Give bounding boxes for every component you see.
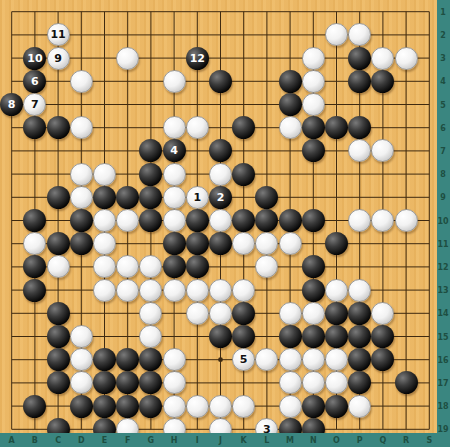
black-stone-I10[interactable] (186, 209, 209, 232)
column-label-G: G (148, 436, 155, 445)
white-stone-H17[interactable] (163, 371, 186, 394)
white-stone-I14[interactable] (186, 302, 209, 325)
row-label-6: 6 (440, 123, 446, 132)
row-label-3: 3 (440, 54, 446, 63)
white-stone-R10[interactable] (395, 209, 418, 232)
white-stone-I18[interactable] (186, 395, 209, 418)
column-label-A: A (9, 436, 15, 445)
black-stone-J15[interactable] (209, 325, 232, 348)
column-label-F: F (125, 436, 130, 445)
black-stone-J9[interactable]: 2 (209, 186, 232, 209)
white-stone-N5[interactable] (302, 93, 325, 116)
white-stone-H19[interactable] (163, 418, 186, 433)
black-stone-R17[interactable] (395, 371, 418, 394)
row-label-14: 14 (437, 309, 448, 318)
black-stone-N15[interactable] (302, 325, 325, 348)
row-label-9: 9 (440, 193, 446, 202)
move-number-label: 4 (170, 145, 178, 156)
row-label-11: 11 (437, 239, 448, 248)
white-stone-O13[interactable] (325, 279, 348, 302)
black-stone-C17[interactable] (47, 371, 70, 394)
row-label-2: 2 (440, 30, 446, 39)
white-stone-D15[interactable] (70, 325, 93, 348)
black-stone-E9[interactable] (93, 186, 116, 209)
white-stone-H10[interactable] (163, 209, 186, 232)
white-stone-C2[interactable]: 11 (47, 23, 70, 46)
row-label-8: 8 (440, 170, 446, 179)
black-stone-N18[interactable] (302, 395, 325, 418)
white-stone-R3[interactable] (395, 47, 418, 70)
white-stone-H18[interactable] (163, 395, 186, 418)
column-label-B: B (32, 436, 38, 445)
black-stone-B3[interactable]: 10 (23, 47, 46, 70)
move-number-label: 11 (50, 29, 65, 40)
black-stone-H11[interactable] (163, 232, 186, 255)
black-stone-C11[interactable] (47, 232, 70, 255)
row-label-17: 17 (437, 378, 448, 387)
white-stone-P18[interactable] (348, 395, 371, 418)
black-stone-K8[interactable] (232, 163, 255, 186)
row-label-18: 18 (437, 402, 448, 411)
white-stone-I9[interactable]: 1 (186, 186, 209, 209)
column-label-L: L (264, 436, 269, 445)
white-stone-F3[interactable] (116, 47, 139, 70)
black-stone-H12[interactable] (163, 255, 186, 278)
white-stone-I6[interactable] (186, 116, 209, 139)
black-stone-C19[interactable] (47, 418, 70, 433)
column-label-I: I (196, 436, 199, 445)
white-stone-E8[interactable] (93, 163, 116, 186)
column-label-H: H (171, 436, 178, 445)
white-stone-K18[interactable] (232, 395, 255, 418)
row-label-1: 1 (440, 7, 446, 16)
white-stone-M11[interactable] (279, 232, 302, 255)
row-label-4: 4 (440, 77, 446, 86)
black-stone-F9[interactable] (116, 186, 139, 209)
black-stone-K14[interactable] (232, 302, 255, 325)
move-number-label: 9 (54, 53, 62, 64)
black-stone-B18[interactable] (23, 395, 46, 418)
move-number-label: 3 (263, 424, 271, 433)
white-stone-K13[interactable] (232, 279, 255, 302)
black-stone-I11[interactable] (186, 232, 209, 255)
white-stone-M18[interactable] (279, 395, 302, 418)
move-number-label: 10 (27, 53, 42, 64)
white-stone-M17[interactable] (279, 371, 302, 394)
black-stone-M4[interactable] (279, 70, 302, 93)
column-label-Q: Q (379, 436, 386, 445)
column-label-K: K (241, 436, 247, 445)
white-stone-J13[interactable] (209, 279, 232, 302)
column-label-P: P (357, 436, 363, 445)
black-stone-F18[interactable] (116, 395, 139, 418)
white-stone-H9[interactable] (163, 186, 186, 209)
row-label-10: 10 (437, 216, 448, 225)
column-label-N: N (310, 436, 317, 445)
move-number-label: 1 (193, 192, 201, 203)
white-stone-J14[interactable] (209, 302, 232, 325)
black-stone-P4[interactable] (348, 70, 371, 93)
white-stone-J10[interactable] (209, 209, 232, 232)
black-stone-E18[interactable] (93, 395, 116, 418)
white-stone-D6[interactable] (70, 116, 93, 139)
white-stone-E13[interactable] (93, 279, 116, 302)
white-stone-C12[interactable] (47, 255, 70, 278)
move-number-label: 6 (31, 76, 39, 87)
white-stone-M6[interactable] (279, 116, 302, 139)
black-stone-N10[interactable] (302, 209, 325, 232)
black-stone-H7[interactable]: 4 (163, 139, 186, 162)
column-label-D: D (78, 436, 85, 445)
white-stone-P13[interactable] (348, 279, 371, 302)
black-stone-P14[interactable] (348, 302, 371, 325)
black-stone-N6[interactable] (302, 116, 325, 139)
black-stone-B13[interactable] (23, 279, 46, 302)
move-number-label: 5 (240, 354, 248, 365)
white-stone-C3[interactable]: 9 (47, 47, 70, 70)
white-stone-Q3[interactable] (371, 47, 394, 70)
black-stone-C6[interactable] (47, 116, 70, 139)
white-stone-H8[interactable] (163, 163, 186, 186)
black-stone-C9[interactable] (47, 186, 70, 209)
white-stone-N4[interactable] (302, 70, 325, 93)
white-stone-D8[interactable] (70, 163, 93, 186)
column-label-E: E (102, 436, 107, 445)
black-stone-M19[interactable] (279, 418, 302, 433)
move-number-label: 2 (217, 192, 225, 203)
go-board[interactable]: 111091268741253 (0, 0, 437, 433)
row-label-12: 12 (437, 262, 448, 271)
white-stone-G13[interactable] (139, 279, 162, 302)
white-stone-M16[interactable] (279, 348, 302, 371)
row-label-15: 15 (437, 332, 448, 341)
white-stone-E10[interactable] (93, 209, 116, 232)
white-stone-F13[interactable] (116, 279, 139, 302)
black-stone-N13[interactable] (302, 279, 325, 302)
column-label-S: S (426, 436, 432, 445)
black-stone-M15[interactable] (279, 325, 302, 348)
row-label-13: 13 (437, 286, 448, 295)
black-stone-P3[interactable] (348, 47, 371, 70)
white-stone-I13[interactable] (186, 279, 209, 302)
column-label-R: R (403, 436, 409, 445)
white-stone-D9[interactable] (70, 186, 93, 209)
white-stone-H4[interactable] (163, 70, 186, 93)
column-label-M: M (286, 436, 294, 445)
black-stone-C16[interactable] (47, 348, 70, 371)
white-stone-H6[interactable] (163, 116, 186, 139)
black-stone-G8[interactable] (139, 163, 162, 186)
column-label-J: J (219, 436, 222, 445)
black-stone-D10[interactable] (70, 209, 93, 232)
white-stone-H13[interactable] (163, 279, 186, 302)
column-label-O: O (333, 436, 340, 445)
black-stone-G18[interactable] (139, 395, 162, 418)
row-label-7: 7 (440, 146, 446, 155)
row-label-5: 5 (440, 100, 446, 109)
black-stone-D18[interactable] (70, 395, 93, 418)
white-stone-J8[interactable] (209, 163, 232, 186)
black-stone-M5[interactable] (279, 93, 302, 116)
row-label-19: 19 (437, 425, 448, 434)
black-stone-O15[interactable] (325, 325, 348, 348)
move-number-label: 8 (8, 99, 16, 110)
black-stone-C15[interactable] (47, 325, 70, 348)
row-label-16: 16 (437, 355, 448, 364)
white-stone-D4[interactable] (70, 70, 93, 93)
go-game-screenshot: 111091268741253 ABCDEFGHIJKLMNOPQRS12345… (0, 0, 450, 447)
black-stone-M10[interactable] (279, 209, 302, 232)
black-stone-D11[interactable] (70, 232, 93, 255)
white-stone-M14[interactable] (279, 302, 302, 325)
white-stone-J18[interactable] (209, 395, 232, 418)
white-stone-N3[interactable] (302, 47, 325, 70)
column-label-C: C (55, 436, 61, 445)
black-stone-O14[interactable] (325, 302, 348, 325)
white-stone-N16[interactable] (302, 348, 325, 371)
white-stone-D16[interactable] (70, 348, 93, 371)
black-stone-O18[interactable] (325, 395, 348, 418)
white-stone-N14[interactable] (302, 302, 325, 325)
black-stone-C14[interactable] (47, 302, 70, 325)
black-stone-J4[interactable] (209, 70, 232, 93)
white-stone-H16[interactable] (163, 348, 186, 371)
black-stone-I3[interactable]: 12 (186, 47, 209, 70)
move-number-label: 7 (31, 99, 39, 110)
move-number-label: 12 (190, 53, 205, 64)
